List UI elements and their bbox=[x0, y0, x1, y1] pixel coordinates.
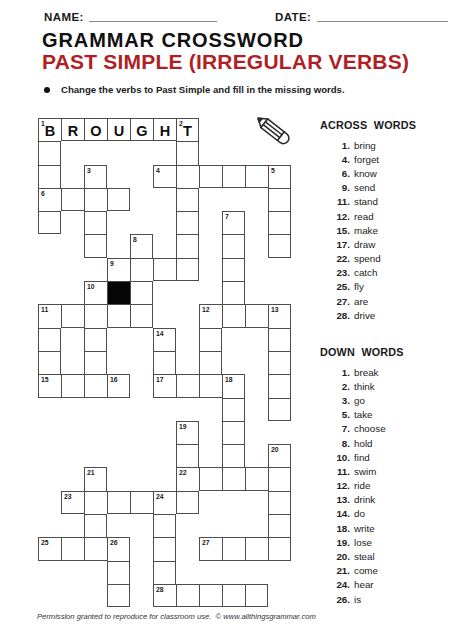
puzzle-cell[interactable] bbox=[268, 328, 291, 351]
clue-item: 24.hear bbox=[320, 578, 472, 592]
filled-letter: O bbox=[85, 119, 107, 140]
puzzle-cell[interactable] bbox=[176, 234, 199, 257]
clue-item-word: hold bbox=[354, 438, 373, 449]
puzzle-cell[interactable]: 16 bbox=[107, 374, 130, 397]
puzzle-cell[interactable] bbox=[268, 234, 291, 257]
clue-item-word: come bbox=[354, 565, 378, 576]
clue-number: 15 bbox=[41, 375, 49, 384]
clue-number: 9 bbox=[110, 259, 114, 268]
puzzle-cell[interactable] bbox=[199, 328, 222, 351]
puzzle-cell[interactable] bbox=[268, 537, 291, 560]
clue-item-word: take bbox=[354, 409, 373, 420]
puzzle-cell[interactable] bbox=[84, 234, 107, 257]
puzzle-cell[interactable]: 8 bbox=[130, 234, 153, 257]
clue-item-word: read bbox=[354, 211, 374, 222]
clue-item-word: drive bbox=[354, 310, 375, 321]
puzzle-cell[interactable] bbox=[176, 374, 199, 397]
clue-item-number: 14. bbox=[320, 508, 350, 519]
name-input-line[interactable] bbox=[89, 10, 217, 22]
puzzle-cell[interactable] bbox=[38, 211, 61, 234]
puzzle-cell[interactable] bbox=[84, 374, 107, 397]
clue-item-number: 2. bbox=[320, 381, 350, 392]
clue-item-word: ride bbox=[354, 480, 370, 491]
puzzle-cell[interactable]: 26 bbox=[107, 537, 130, 560]
clue-item-number: 21. bbox=[320, 565, 350, 576]
puzzle-cell[interactable]: 14 bbox=[153, 328, 176, 351]
puzzle-cell[interactable]: O bbox=[84, 118, 107, 141]
puzzle-cell[interactable] bbox=[268, 188, 291, 211]
clue-number: 16 bbox=[110, 375, 118, 384]
puzzle-cell[interactable]: 21 bbox=[84, 467, 107, 490]
filled-letter: H bbox=[154, 119, 176, 140]
puzzle-cell[interactable] bbox=[153, 561, 176, 584]
puzzle-cell[interactable]: 19 bbox=[176, 421, 199, 444]
clue-number: 13 bbox=[271, 305, 279, 314]
puzzle-cell[interactable] bbox=[245, 584, 268, 607]
clue-number: 25 bbox=[41, 538, 49, 547]
puzzle-cell[interactable]: 13 bbox=[268, 304, 291, 327]
puzzle-cell[interactable] bbox=[222, 258, 245, 281]
clue-item-number: 24. bbox=[320, 579, 350, 590]
puzzle-cell[interactable] bbox=[268, 467, 291, 490]
puzzle-cell[interactable] bbox=[176, 258, 199, 281]
date-label: DATE: bbox=[275, 11, 311, 23]
puzzle-cell[interactable] bbox=[107, 304, 130, 327]
clue-item-word: do bbox=[354, 508, 365, 519]
clue-item: 2.think bbox=[320, 379, 472, 393]
puzzle-cell[interactable] bbox=[199, 165, 222, 188]
puzzle-cell[interactable] bbox=[245, 467, 268, 490]
puzzle-cell[interactable] bbox=[245, 165, 268, 188]
clue-item-number: 12. bbox=[320, 211, 350, 222]
clue-item: 1.bring bbox=[320, 138, 472, 152]
instruction-text: Change the verbs to Past Simple and fill… bbox=[61, 84, 345, 95]
puzzle-cell[interactable] bbox=[84, 514, 107, 537]
clue-item-word: break bbox=[354, 367, 379, 378]
puzzle-cell[interactable]: 2T bbox=[176, 118, 199, 141]
pencil-icon bbox=[250, 113, 296, 147]
clue-item-word: think bbox=[354, 381, 375, 392]
puzzle-cell[interactable]: 4 bbox=[153, 165, 176, 188]
clue-item-number: 28. bbox=[320, 310, 350, 321]
puzzle-cell[interactable] bbox=[61, 374, 84, 397]
page-title: GRAMMAR CROSSWORD bbox=[42, 29, 304, 52]
clue-item-word: drink bbox=[354, 494, 375, 505]
clue-item-word: go bbox=[354, 395, 365, 406]
puzzle-cell[interactable]: 10 bbox=[84, 281, 107, 304]
puzzle-cell[interactable] bbox=[38, 141, 61, 164]
clue-item: 11.stand bbox=[320, 195, 472, 209]
clue-item-word: lose bbox=[354, 537, 372, 548]
puzzle-cell[interactable] bbox=[222, 281, 245, 304]
clue-item-word: send bbox=[354, 182, 375, 193]
clue-item-number: 8. bbox=[320, 438, 350, 449]
puzzle-cell[interactable]: 18 bbox=[222, 374, 245, 397]
puzzle-cell[interactable] bbox=[199, 374, 222, 397]
clue-item: 11.swim bbox=[320, 464, 472, 478]
clue-number: 26 bbox=[110, 538, 118, 547]
clue-item-number: 12. bbox=[320, 480, 350, 491]
clue-item: 19.lose bbox=[320, 535, 472, 549]
worksheet-page: { "header": { "name_label": "NAME:", "da… bbox=[0, 0, 474, 632]
puzzle-cell[interactable] bbox=[176, 584, 199, 607]
puzzle-cell[interactable] bbox=[84, 537, 107, 560]
blocked-cell bbox=[107, 281, 130, 304]
filled-letter: G bbox=[131, 119, 153, 140]
clue-item-word: hear bbox=[354, 579, 374, 590]
puzzle-cell[interactable]: 7 bbox=[222, 211, 245, 234]
clue-item-word: fly bbox=[354, 281, 364, 292]
clue-number: 8 bbox=[133, 235, 137, 244]
clue-item-number: 17. bbox=[320, 239, 350, 250]
clue-item: 14.do bbox=[320, 507, 472, 521]
puzzle-cell[interactable]: U bbox=[107, 118, 130, 141]
puzzle-cell[interactable] bbox=[222, 537, 245, 560]
puzzle-cell[interactable] bbox=[153, 514, 176, 537]
clue-item-word: stand bbox=[354, 196, 378, 207]
puzzle-cell[interactable]: 6 bbox=[38, 188, 61, 211]
clue-item: 10.find bbox=[320, 450, 472, 464]
clue-item-word: is bbox=[354, 594, 361, 605]
clue-number: 12 bbox=[202, 305, 210, 314]
down-list: 1.break2.think3.go5.take7.choose8.hold10… bbox=[320, 365, 472, 606]
across-panel: ACROSS WORDS 1.bring4.forget6.know9.send… bbox=[320, 119, 472, 322]
clue-number: 20 bbox=[271, 445, 279, 454]
clue-number: 23 bbox=[64, 492, 72, 501]
puzzle-cell[interactable] bbox=[107, 584, 130, 607]
down-heading: DOWN WORDS bbox=[320, 346, 472, 358]
clue-item-word: forget bbox=[354, 154, 379, 165]
puzzle-cell[interactable] bbox=[84, 328, 107, 351]
puzzle-cell[interactable] bbox=[84, 491, 107, 514]
puzzle-cell[interactable] bbox=[222, 467, 245, 490]
clue-item: 25.fly bbox=[320, 280, 472, 294]
clue-item-number: 19. bbox=[320, 537, 350, 548]
clue-item-word: spend bbox=[354, 253, 381, 264]
clue-item: 23.catch bbox=[320, 266, 472, 280]
puzzle-cell[interactable] bbox=[107, 561, 130, 584]
crossword-grid: 1BROUGH2T3456789101112131415161718192021… bbox=[38, 118, 291, 607]
filled-letter: T bbox=[177, 119, 198, 141]
puzzle-cell[interactable] bbox=[268, 374, 291, 397]
bullet-icon bbox=[44, 87, 50, 93]
clue-item-number: 3. bbox=[320, 395, 350, 406]
clue-item-number: 22. bbox=[320, 253, 350, 264]
puzzle-cell[interactable]: 23 bbox=[61, 491, 84, 514]
clue-item: 3.go bbox=[320, 393, 472, 407]
clue-item: 1.break bbox=[320, 365, 472, 379]
puzzle-cell[interactable]: 11 bbox=[38, 304, 61, 327]
puzzle-cell[interactable] bbox=[268, 398, 291, 421]
clue-number: 19 bbox=[179, 422, 187, 431]
puzzle-cell[interactable] bbox=[245, 537, 268, 560]
puzzle-cell[interactable] bbox=[222, 234, 245, 257]
clue-number: 14 bbox=[156, 329, 164, 338]
puzzle-cell[interactable] bbox=[222, 421, 245, 444]
puzzle-cell[interactable]: 1B bbox=[38, 118, 61, 141]
puzzle-cell[interactable] bbox=[268, 211, 291, 234]
filled-letter: R bbox=[62, 119, 84, 140]
puzzle-cell[interactable] bbox=[130, 281, 153, 304]
clue-number: 4 bbox=[156, 166, 160, 175]
clue-item-word: are bbox=[354, 296, 368, 307]
puzzle-cell[interactable] bbox=[130, 491, 153, 514]
down-panel: DOWN WORDS 1.break2.think3.go5.take7.cho… bbox=[320, 346, 472, 606]
puzzle-cell[interactable] bbox=[199, 467, 222, 490]
puzzle-cell[interactable]: 15 bbox=[38, 374, 61, 397]
clue-number: 17 bbox=[156, 375, 164, 384]
puzzle-cell[interactable] bbox=[38, 328, 61, 351]
puzzle-cell[interactable] bbox=[199, 351, 222, 374]
puzzle-cell[interactable] bbox=[153, 537, 176, 560]
clue-item-word: find bbox=[354, 452, 370, 463]
clue-item-number: 11. bbox=[320, 466, 350, 477]
puzzle-cell[interactable] bbox=[84, 351, 107, 374]
clue-number: 24 bbox=[156, 492, 164, 501]
clue-number: 10 bbox=[87, 282, 95, 291]
puzzle-cell[interactable] bbox=[38, 351, 61, 374]
clue-item-number: 5. bbox=[320, 409, 350, 420]
puzzle-cell[interactable] bbox=[176, 491, 199, 514]
clue-item: 4.forget bbox=[320, 152, 472, 166]
puzzle-cell[interactable] bbox=[153, 258, 176, 281]
puzzle-cell[interactable] bbox=[61, 537, 84, 560]
puzzle-cell[interactable]: 27 bbox=[199, 537, 222, 560]
clue-item: 18.write bbox=[320, 521, 472, 535]
puzzle-cell[interactable]: 22 bbox=[176, 467, 199, 490]
clue-item-number: 7. bbox=[320, 423, 350, 434]
clue-item-number: 4. bbox=[320, 154, 350, 165]
clue-number: 11 bbox=[41, 305, 48, 314]
clue-item: 28.drive bbox=[320, 308, 472, 322]
clue-item-word: know bbox=[354, 168, 377, 179]
clue-item-number: 23. bbox=[320, 267, 350, 278]
clue-number: 3 bbox=[87, 166, 91, 175]
clue-number: 27 bbox=[202, 538, 210, 547]
clue-item-word: draw bbox=[354, 239, 375, 250]
puzzle-cell[interactable]: 9 bbox=[107, 258, 130, 281]
clue-item: 12.ride bbox=[320, 479, 472, 493]
clue-item: 13.drink bbox=[320, 493, 472, 507]
clue-item: 27.are bbox=[320, 294, 472, 308]
puzzle-cell[interactable] bbox=[176, 211, 199, 234]
clue-item: 15.make bbox=[320, 223, 472, 237]
clue-item-word: catch bbox=[354, 267, 377, 278]
clue-item-word: steal bbox=[354, 551, 375, 562]
clue-item-number: 11. bbox=[320, 196, 350, 207]
puzzle-cell[interactable] bbox=[176, 141, 199, 164]
puzzle-cell[interactable]: 5 bbox=[268, 165, 291, 188]
clue-item: 8.hold bbox=[320, 436, 472, 450]
clue-item: 17.draw bbox=[320, 237, 472, 251]
puzzle-cell[interactable] bbox=[107, 188, 130, 211]
clue-number: 5 bbox=[271, 166, 275, 175]
puzzle-cell[interactable]: 20 bbox=[268, 444, 291, 467]
clue-item-number: 26. bbox=[320, 594, 350, 605]
clue-item-word: bring bbox=[354, 140, 376, 151]
page-subtitle: PAST SIMPLE (IRREGULAR VERBS) bbox=[42, 50, 409, 74]
clue-item: 5.take bbox=[320, 408, 472, 422]
puzzle-cell[interactable] bbox=[176, 444, 199, 467]
puzzle-cell[interactable] bbox=[222, 398, 245, 421]
filled-letter: B bbox=[39, 119, 61, 141]
puzzle-cell[interactable]: 3 bbox=[84, 165, 107, 188]
name-label: NAME: bbox=[44, 11, 84, 23]
puzzle-cell[interactable] bbox=[199, 584, 222, 607]
clue-item: 9.send bbox=[320, 181, 472, 195]
puzzle-cell[interactable] bbox=[38, 165, 61, 188]
clue-number: 18 bbox=[225, 375, 233, 384]
puzzle-cell[interactable] bbox=[245, 304, 268, 327]
clue-item: 26.is bbox=[320, 592, 472, 606]
clue-item-word: choose bbox=[354, 423, 386, 434]
puzzle-cell[interactable] bbox=[176, 188, 199, 211]
puzzle-cell[interactable]: 25 bbox=[38, 537, 61, 560]
clue-item: 12.read bbox=[320, 209, 472, 223]
date-input-line[interactable] bbox=[317, 10, 448, 22]
clue-item: 22.spend bbox=[320, 252, 472, 266]
clue-item-number: 9. bbox=[320, 182, 350, 193]
clue-item-number: 15. bbox=[320, 225, 350, 236]
puzzle-cell[interactable]: 17 bbox=[153, 374, 176, 397]
puzzle-cell[interactable] bbox=[222, 165, 245, 188]
clue-item-number: 6. bbox=[320, 168, 350, 179]
clue-item: 6.know bbox=[320, 166, 472, 180]
clue-item-number: 20. bbox=[320, 551, 350, 562]
filled-letter: U bbox=[108, 119, 130, 140]
puzzle-cell[interactable] bbox=[176, 165, 199, 188]
clue-number: 21 bbox=[87, 468, 95, 477]
puzzle-cell[interactable]: H bbox=[153, 118, 176, 141]
clue-number: 6 bbox=[41, 189, 45, 198]
puzzle-cell[interactable] bbox=[222, 584, 245, 607]
footer-text: Permission granted to reproduce for clas… bbox=[37, 612, 316, 621]
puzzle-cell[interactable] bbox=[268, 514, 291, 537]
clue-item: 21.come bbox=[320, 564, 472, 578]
puzzle-cell[interactable] bbox=[222, 304, 245, 327]
puzzle-cell[interactable]: G bbox=[130, 118, 153, 141]
clue-item-number: 10. bbox=[320, 452, 350, 463]
puzzle-cell[interactable] bbox=[130, 304, 153, 327]
puzzle-cell[interactable]: 12 bbox=[199, 304, 222, 327]
puzzle-cell[interactable] bbox=[222, 444, 245, 467]
clue-item: 20.steal bbox=[320, 549, 472, 563]
clue-item-number: 25. bbox=[320, 281, 350, 292]
clue-item-number: 1. bbox=[320, 367, 350, 378]
clue-item-number: 18. bbox=[320, 523, 350, 534]
puzzle-cell[interactable] bbox=[61, 304, 84, 327]
puzzle-cell[interactable]: R bbox=[61, 118, 84, 141]
clue-item-number: 27. bbox=[320, 296, 350, 307]
clue-item: 7.choose bbox=[320, 422, 472, 436]
clue-item-word: write bbox=[354, 523, 375, 534]
puzzle-cell[interactable] bbox=[130, 258, 153, 281]
clue-number: 7 bbox=[225, 212, 229, 221]
puzzle-cell[interactable] bbox=[61, 188, 84, 211]
puzzle-cell[interactable] bbox=[84, 304, 107, 327]
clue-item-word: swim bbox=[354, 466, 376, 477]
puzzle-cell[interactable] bbox=[268, 351, 291, 374]
across-list: 1.bring4.forget6.know9.send11.stand12.re… bbox=[320, 138, 472, 322]
puzzle-cell[interactable]: 28 bbox=[153, 584, 176, 607]
puzzle-cell[interactable] bbox=[84, 211, 107, 234]
clue-item-number: 1. bbox=[320, 140, 350, 151]
clue-item-number: 13. bbox=[320, 494, 350, 505]
clue-item-word: make bbox=[354, 225, 378, 236]
puzzle-cell[interactable] bbox=[268, 491, 291, 514]
across-heading: ACROSS WORDS bbox=[320, 119, 472, 131]
clue-number: 28 bbox=[156, 585, 164, 594]
clue-number: 22 bbox=[179, 468, 187, 477]
puzzle-cell[interactable] bbox=[107, 491, 130, 514]
puzzle-cell[interactable]: 24 bbox=[153, 491, 176, 514]
puzzle-cell[interactable] bbox=[153, 351, 176, 374]
puzzle-cell[interactable] bbox=[84, 188, 107, 211]
